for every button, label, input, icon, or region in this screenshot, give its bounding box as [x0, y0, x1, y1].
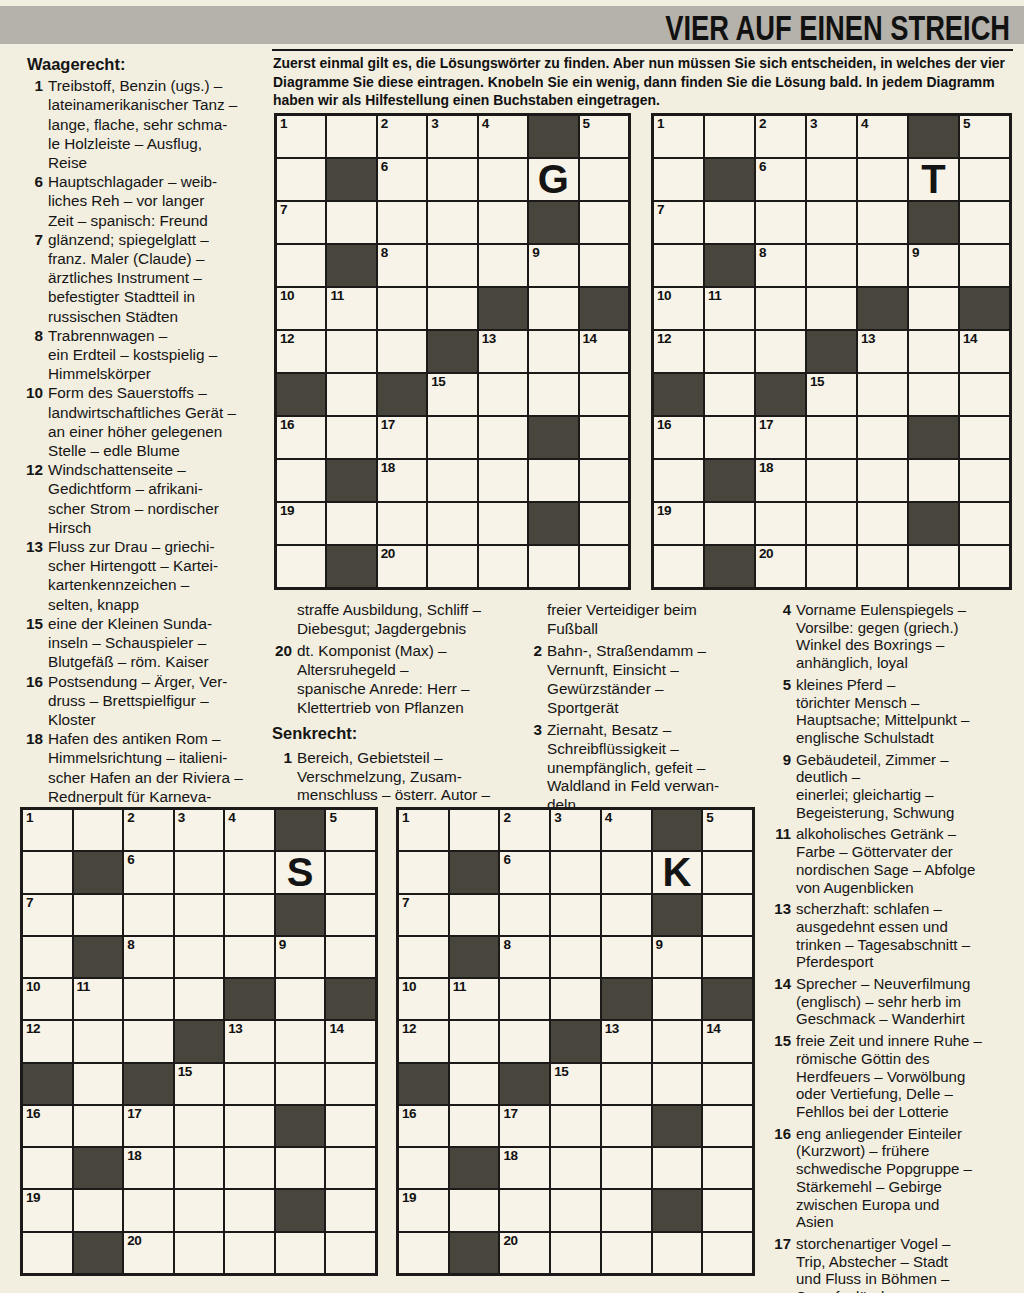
- cell-r11c4[interactable]: [551, 1233, 600, 1273]
- crossword-grid-top-left[interactable]: 123456G7891011121314151617181920: [274, 113, 631, 590]
- cell-r3c3[interactable]: [124, 895, 173, 935]
- cell-r10c4[interactable]: [428, 503, 476, 544]
- cell-r6c1[interactable]: 12: [399, 1021, 448, 1061]
- cell-r8c2[interactable]: [705, 417, 754, 458]
- cell-r9c6[interactable]: [909, 460, 958, 501]
- cell-r2c5[interactable]: [602, 852, 651, 892]
- black-cell: [450, 937, 499, 977]
- cell-r7c6[interactable]: [529, 374, 577, 415]
- black-cell: [175, 1021, 224, 1061]
- cell-r3c1[interactable]: 7: [654, 202, 703, 243]
- cell-r1c4[interactable]: 3: [807, 116, 856, 157]
- clue-number: 12: [26, 1022, 40, 1037]
- cell-r2c5[interactable]: [225, 852, 274, 892]
- cell-r11c6[interactable]: [909, 546, 958, 587]
- clue-number: 9: [656, 938, 663, 953]
- cell-r10c1[interactable]: 19: [399, 1190, 448, 1230]
- cell-r6c5[interactable]: 13: [858, 331, 907, 372]
- cell-r5c6[interactable]: [653, 979, 702, 1019]
- cell-r4c4[interactable]: [551, 937, 600, 977]
- cell-r3c5[interactable]: [602, 895, 651, 935]
- clue-number: 18: [759, 461, 773, 476]
- cell-r5c1[interactable]: 10: [23, 979, 72, 1019]
- cell-r1c7[interactable]: 5: [326, 810, 375, 850]
- cell-r7c7[interactable]: [326, 1064, 375, 1104]
- cell-r8c7[interactable]: [580, 417, 628, 458]
- cell-r3c4[interactable]: [551, 895, 600, 935]
- cell-r8c1[interactable]: 16: [654, 417, 703, 458]
- cell-r3c1[interactable]: 7: [277, 202, 325, 243]
- cell-r6c5[interactable]: 13: [602, 1021, 651, 1061]
- cell-r1c5[interactable]: 4: [602, 810, 651, 850]
- cell-r10c5[interactable]: [225, 1190, 274, 1230]
- cell-r7c4[interactable]: 15: [175, 1064, 224, 1104]
- cell-r1c2[interactable]: [450, 810, 499, 850]
- cell-r7c2[interactable]: [705, 374, 754, 415]
- cell-r1c7[interactable]: 5: [960, 116, 1009, 157]
- cell-r5c3[interactable]: [500, 979, 549, 1019]
- cell-r11c5[interactable]: [602, 1233, 651, 1273]
- cell-r7c6[interactable]: [276, 1064, 325, 1104]
- cell-r6c6[interactable]: [909, 331, 958, 372]
- cell-r3c7[interactable]: [703, 895, 752, 935]
- clue-number: 8: [503, 938, 510, 953]
- cell-r8c7[interactable]: [960, 417, 1009, 458]
- cell-r11c1[interactable]: [654, 546, 703, 587]
- cell-r6c7[interactable]: 14: [580, 331, 628, 372]
- cell-r8c5[interactable]: [225, 1106, 274, 1146]
- cell-r4c1[interactable]: [23, 937, 72, 977]
- cell-r6c7[interactable]: 14: [326, 1021, 375, 1061]
- cell-r4c7[interactable]: [960, 245, 1009, 286]
- cell-r6c6[interactable]: [276, 1021, 325, 1061]
- cell-r5c6[interactable]: [276, 979, 325, 1019]
- cell-r6c5[interactable]: 13: [225, 1021, 274, 1061]
- cell-r3c7[interactable]: [326, 895, 375, 935]
- cell-r5c1[interactable]: 10: [277, 288, 325, 329]
- cell-r4c6[interactable]: 9: [909, 245, 958, 286]
- cell-r6c1[interactable]: 12: [277, 331, 325, 372]
- cell-r4c6[interactable]: 9: [653, 937, 702, 977]
- cell-r5c4[interactable]: [175, 979, 224, 1019]
- cell-r1c4[interactable]: 3: [551, 810, 600, 850]
- cell-r1c1[interactable]: 1: [277, 116, 325, 157]
- cell-r4c5[interactable]: [602, 937, 651, 977]
- cell-r11c6[interactable]: [276, 1233, 325, 1273]
- clue-number: 15: [431, 375, 445, 390]
- cell-r2c5[interactable]: [858, 159, 907, 200]
- cell-r10c7[interactable]: [703, 1190, 752, 1230]
- clue-number: 6: [127, 853, 134, 868]
- cell-r10c7[interactable]: [580, 503, 628, 544]
- cell-r9c7[interactable]: [703, 1148, 752, 1188]
- clue-down-17: 17storchenartiger Vogel – Trip, Absteche…: [764, 1235, 1022, 1293]
- cell-r7c6[interactable]: [653, 1064, 702, 1104]
- cell-r10c3[interactable]: [756, 503, 805, 544]
- cell-r10c2[interactable]: [327, 503, 375, 544]
- cell-r4c4[interactable]: [807, 245, 856, 286]
- cell-r5c1[interactable]: 10: [399, 979, 448, 1019]
- cell-r8c1[interactable]: 16: [277, 417, 325, 458]
- clue-list-number: 10: [8, 383, 48, 460]
- cell-r7c5[interactable]: [225, 1064, 274, 1104]
- cell-r1c7[interactable]: 5: [580, 116, 628, 157]
- cell-r9c3[interactable]: 18: [500, 1148, 549, 1188]
- cell-r10c2[interactable]: [74, 1190, 123, 1230]
- cell-r7c5[interactable]: [858, 374, 907, 415]
- cell-r6c5[interactable]: 13: [479, 331, 527, 372]
- cell-r7c2[interactable]: [450, 1064, 499, 1104]
- cell-r9c5[interactable]: [479, 460, 527, 501]
- cell-r5c2[interactable]: 11: [450, 979, 499, 1019]
- clue-text: freie Zeit und innere Ruhe – römische Gö…: [796, 1032, 1022, 1121]
- clue-down-cont-cont: freier Verteidiger beim Fußball: [518, 601, 770, 638]
- cell-r6c3[interactable]: [124, 1021, 173, 1061]
- cell-r8c4[interactable]: [175, 1106, 224, 1146]
- cell-r5c4[interactable]: [428, 288, 476, 329]
- clue-number: 16: [280, 418, 294, 433]
- cell-r5c1[interactable]: 10: [654, 288, 703, 329]
- cell-r11c4[interactable]: [807, 546, 856, 587]
- cell-r2c1[interactable]: [654, 159, 703, 200]
- crossword-grid-bottom-left[interactable]: 123456S7891011121314151617181920: [20, 807, 378, 1276]
- cell-r3c4[interactable]: [807, 202, 856, 243]
- cell-r11c1[interactable]: [23, 1233, 72, 1273]
- clue-down-2: 2Bahn-, Straßendamm – Vernunft, Einsicht…: [518, 642, 770, 717]
- cell-r5c3[interactable]: [378, 288, 426, 329]
- cell-r2c7[interactable]: [703, 852, 752, 892]
- hint-letter-G: G: [529, 159, 577, 200]
- clue-list-number: 17: [764, 1235, 796, 1293]
- cell-r9c3[interactable]: 18: [378, 460, 426, 501]
- cell-r3c3[interactable]: [378, 202, 426, 243]
- cell-r6c2[interactable]: [74, 1021, 123, 1061]
- clue-list-number: 6: [8, 172, 48, 230]
- cell-r9c4[interactable]: [175, 1148, 224, 1188]
- cell-r3c1[interactable]: 7: [23, 895, 72, 935]
- cell-r2c4[interactable]: [551, 852, 600, 892]
- cell-r11c6[interactable]: [529, 546, 577, 587]
- cell-r6c3[interactable]: [500, 1021, 549, 1061]
- cell-r10c2[interactable]: [705, 503, 754, 544]
- cell-r8c4[interactable]: [807, 417, 856, 458]
- cell-r10c7[interactable]: [960, 503, 1009, 544]
- cell-r1c2[interactable]: [327, 116, 375, 157]
- cell-r5c3[interactable]: [124, 979, 173, 1019]
- cell-r3c2[interactable]: [327, 202, 375, 243]
- cell-r5c3[interactable]: [756, 288, 805, 329]
- cell-r9c5[interactable]: [602, 1148, 651, 1188]
- cell-r1c7[interactable]: 5: [703, 810, 752, 850]
- cell-r1c3[interactable]: 2: [500, 810, 549, 850]
- cell-r6c2[interactable]: [705, 331, 754, 372]
- black-cell: [705, 460, 754, 501]
- cell-r8c7[interactable]: [326, 1106, 375, 1146]
- cell-r6c2[interactable]: [450, 1021, 499, 1061]
- cell-r8c2[interactable]: [74, 1106, 123, 1146]
- cell-r6c7[interactable]: 14: [960, 331, 1009, 372]
- cell-r11c4[interactable]: [428, 546, 476, 587]
- cell-r3c3[interactable]: [500, 895, 549, 935]
- cell-r2c6[interactable]: G: [529, 159, 577, 200]
- clue-number: 20: [503, 1234, 517, 1249]
- cell-r10c4[interactable]: [175, 1190, 224, 1230]
- cell-r8c3[interactable]: 17: [500, 1106, 549, 1146]
- cell-r3c3[interactable]: [756, 202, 805, 243]
- cell-r8c2[interactable]: [327, 417, 375, 458]
- cell-r9c6[interactable]: [276, 1148, 325, 1188]
- cell-r6c7[interactable]: 14: [703, 1021, 752, 1061]
- cell-r5c2[interactable]: 11: [327, 288, 375, 329]
- cell-r4c7[interactable]: [580, 245, 628, 286]
- clue-number: 19: [657, 504, 671, 519]
- cell-r3c2[interactable]: [705, 202, 754, 243]
- clue-text: Treibstoff, Benzin (ugs.) – lateinamerik…: [48, 76, 272, 172]
- cell-r8c5[interactable]: [858, 417, 907, 458]
- cell-r10c4[interactable]: [551, 1190, 600, 1230]
- cell-r9c1[interactable]: [23, 1148, 72, 1188]
- cell-r6c1[interactable]: 12: [654, 331, 703, 372]
- clue-list-number: 12: [8, 460, 48, 537]
- cell-r10c5[interactable]: [602, 1190, 651, 1230]
- cell-r2c7[interactable]: [326, 852, 375, 892]
- cell-r11c5[interactable]: [479, 546, 527, 587]
- cell-r8c4[interactable]: [551, 1106, 600, 1146]
- cell-r1c3[interactable]: 2: [378, 116, 426, 157]
- cell-r9c6[interactable]: [653, 1148, 702, 1188]
- black-cell: [960, 288, 1009, 329]
- cell-r4c3[interactable]: 8: [124, 937, 173, 977]
- cell-r4c3[interactable]: 8: [500, 937, 549, 977]
- cell-r9c1[interactable]: [277, 460, 325, 501]
- cell-r2c3[interactable]: 6: [378, 159, 426, 200]
- clue-text: Bereich, Gebietsteil – Verschmelzung, Zu…: [297, 749, 532, 805]
- cell-r4c3[interactable]: 8: [756, 245, 805, 286]
- cell-r1c5[interactable]: 4: [225, 810, 274, 850]
- crossword-grid-bottom-right[interactable]: 123456K7891011121314151617181920: [396, 807, 755, 1276]
- cell-r11c7[interactable]: [960, 546, 1009, 587]
- cell-r11c5[interactable]: [225, 1233, 274, 1273]
- cell-r7c5[interactable]: [602, 1064, 651, 1104]
- cell-r8c3[interactable]: 17: [378, 417, 426, 458]
- cell-r7c5[interactable]: [479, 374, 527, 415]
- cell-r6c3[interactable]: [378, 331, 426, 372]
- cell-r8c3[interactable]: 17: [124, 1106, 173, 1146]
- cell-r2c4[interactable]: [807, 159, 856, 200]
- cell-r10c1[interactable]: 19: [23, 1190, 72, 1230]
- black-cell: [909, 417, 958, 458]
- cell-r11c4[interactable]: [175, 1233, 224, 1273]
- cell-r11c7[interactable]: [580, 546, 628, 587]
- cell-r8c5[interactable]: [602, 1106, 651, 1146]
- cell-r1c4[interactable]: 3: [428, 116, 476, 157]
- cell-r9c3[interactable]: 18: [756, 460, 805, 501]
- cell-r6c6[interactable]: [653, 1021, 702, 1061]
- black-cell: [703, 979, 752, 1019]
- black-cell: [225, 979, 274, 1019]
- cell-r4c3[interactable]: 8: [378, 245, 426, 286]
- cell-r10c7[interactable]: [326, 1190, 375, 1230]
- cell-r4c5[interactable]: [858, 245, 907, 286]
- cell-r3c4[interactable]: [175, 895, 224, 935]
- cell-r9c7[interactable]: [580, 460, 628, 501]
- cell-r9c6[interactable]: [529, 460, 577, 501]
- cell-r4c1[interactable]: [654, 245, 703, 286]
- cell-r4c1[interactable]: [399, 937, 448, 977]
- cell-r11c3[interactable]: 20: [124, 1233, 173, 1273]
- cell-r3c5[interactable]: [479, 202, 527, 243]
- cell-r10c3[interactable]: [124, 1190, 173, 1230]
- cell-r3c2[interactable]: [450, 895, 499, 935]
- cell-r11c1[interactable]: [277, 546, 325, 587]
- cell-r10c4[interactable]: [807, 503, 856, 544]
- cell-r9c4[interactable]: [428, 460, 476, 501]
- cell-r2c3[interactable]: 6: [756, 159, 805, 200]
- cell-r8c1[interactable]: 16: [399, 1106, 448, 1146]
- cell-r1c5[interactable]: 4: [858, 116, 907, 157]
- cell-r1c1[interactable]: 1: [399, 810, 448, 850]
- cell-r11c3[interactable]: 20: [378, 546, 426, 587]
- cell-r10c2[interactable]: [450, 1190, 499, 1230]
- cell-r9c7[interactable]: [960, 460, 1009, 501]
- cell-r11c7[interactable]: [326, 1233, 375, 1273]
- cell-r10c5[interactable]: [479, 503, 527, 544]
- cell-r7c7[interactable]: [580, 374, 628, 415]
- cell-r2c1[interactable]: [23, 852, 72, 892]
- cell-r2c1[interactable]: [399, 852, 448, 892]
- cell-r5c4[interactable]: [807, 288, 856, 329]
- cell-r1c3[interactable]: 2: [756, 116, 805, 157]
- cell-r4c1[interactable]: [277, 245, 325, 286]
- cell-r9c1[interactable]: [399, 1148, 448, 1188]
- cell-r5c4[interactable]: [551, 979, 600, 1019]
- cell-r4c7[interactable]: [703, 937, 752, 977]
- cell-r1c2[interactable]: [74, 810, 123, 850]
- cell-r6c1[interactable]: 12: [23, 1021, 72, 1061]
- cell-r1c5[interactable]: 4: [479, 116, 527, 157]
- cell-r2c3[interactable]: 6: [124, 852, 173, 892]
- cell-r8c5[interactable]: [479, 417, 527, 458]
- clue-number: 2: [127, 811, 134, 826]
- cell-r8c2[interactable]: [450, 1106, 499, 1146]
- cell-r9c7[interactable]: [326, 1148, 375, 1188]
- cell-r9c3[interactable]: 18: [124, 1148, 173, 1188]
- cell-r3c5[interactable]: [225, 895, 274, 935]
- cell-r1c3[interactable]: 2: [124, 810, 173, 850]
- cell-r3c4[interactable]: [428, 202, 476, 243]
- cell-r7c2[interactable]: [327, 374, 375, 415]
- cell-r1c2[interactable]: [705, 116, 754, 157]
- cell-r2c7[interactable]: [580, 159, 628, 200]
- cell-r5c6[interactable]: [529, 288, 577, 329]
- cell-r6c3[interactable]: [756, 331, 805, 372]
- cell-r6c6[interactable]: [529, 331, 577, 372]
- cell-r11c6[interactable]: [653, 1233, 702, 1273]
- cell-r7c6[interactable]: [909, 374, 958, 415]
- cell-r7c7[interactable]: [960, 374, 1009, 415]
- cell-r10c1[interactable]: 19: [277, 503, 325, 544]
- cell-r3c5[interactable]: [858, 202, 907, 243]
- cell-r4c5[interactable]: [479, 245, 527, 286]
- cell-r8c1[interactable]: 16: [23, 1106, 72, 1146]
- clue-number: 12: [280, 332, 294, 347]
- cell-r2c6[interactable]: T: [909, 159, 958, 200]
- cell-r4c6[interactable]: 9: [529, 245, 577, 286]
- cell-r2c5[interactable]: [479, 159, 527, 200]
- cell-r2c3[interactable]: 6: [500, 852, 549, 892]
- cell-r5c2[interactable]: 11: [74, 979, 123, 1019]
- cell-r7c4[interactable]: 15: [428, 374, 476, 415]
- cell-r7c2[interactable]: [74, 1064, 123, 1104]
- cell-r9c5[interactable]: [858, 460, 907, 501]
- clue-number: 4: [228, 811, 235, 826]
- cell-r9c1[interactable]: [654, 460, 703, 501]
- cell-r10c3[interactable]: [500, 1190, 549, 1230]
- cell-r9c5[interactable]: [225, 1148, 274, 1188]
- clue-list-number: 15: [764, 1032, 796, 1121]
- cell-r11c1[interactable]: [399, 1233, 448, 1273]
- cell-r4c4[interactable]: [175, 937, 224, 977]
- clue-text: Vorname Eulenspiegels – Vorsilbe: gegen …: [796, 601, 1022, 672]
- cell-r4c4[interactable]: [428, 245, 476, 286]
- cell-r7c7[interactable]: [703, 1064, 752, 1104]
- cell-r7c4[interactable]: 15: [551, 1064, 600, 1104]
- cell-r11c3[interactable]: 20: [756, 546, 805, 587]
- cell-r2c1[interactable]: [277, 159, 325, 200]
- cell-r1c4[interactable]: 3: [175, 810, 224, 850]
- cell-r3c2[interactable]: [74, 895, 123, 935]
- cell-r1c1[interactable]: 1: [654, 116, 703, 157]
- cell-r2c7[interactable]: [960, 159, 1009, 200]
- cell-r1c1[interactable]: 1: [23, 810, 72, 850]
- cell-r2c6[interactable]: S: [276, 852, 325, 892]
- clue-number: 19: [280, 504, 294, 519]
- cell-r8c7[interactable]: [703, 1106, 752, 1146]
- clue-across-15: 15eine der Kleinen Sunda- inseln – Schau…: [8, 614, 272, 672]
- cell-r11c5[interactable]: [858, 546, 907, 587]
- clue-number: 13: [861, 332, 875, 347]
- cell-r9c4[interactable]: [807, 460, 856, 501]
- cell-r11c3[interactable]: 20: [500, 1233, 549, 1273]
- cell-r3c1[interactable]: 7: [399, 895, 448, 935]
- cell-r10c3[interactable]: [378, 503, 426, 544]
- cell-r5c6[interactable]: [909, 288, 958, 329]
- black-cell: [378, 374, 426, 415]
- cell-r6c2[interactable]: [327, 331, 375, 372]
- cell-r5c2[interactable]: 11: [705, 288, 754, 329]
- cell-r4c6[interactable]: 9: [276, 937, 325, 977]
- cell-r10c1[interactable]: 19: [654, 503, 703, 544]
- cell-r9c4[interactable]: [551, 1148, 600, 1188]
- clue-number: 14: [583, 332, 597, 347]
- clue-down-9: 9Gebäudeteil, Zimmer – deutlich – einerl…: [764, 751, 1022, 822]
- cell-r10c5[interactable]: [858, 503, 907, 544]
- cell-r8c4[interactable]: [428, 417, 476, 458]
- cell-r4c5[interactable]: [225, 937, 274, 977]
- cell-r2c4[interactable]: [175, 852, 224, 892]
- crossword-grid-top-right[interactable]: 123456T7891011121314151617181920: [651, 113, 1012, 590]
- cell-r2c4[interactable]: [428, 159, 476, 200]
- cell-r2c6[interactable]: K: [653, 852, 702, 892]
- cell-r3c7[interactable]: [580, 202, 628, 243]
- clue-list-number: 11: [764, 825, 796, 896]
- cell-r4c7[interactable]: [326, 937, 375, 977]
- cell-r7c4[interactable]: 15: [807, 374, 856, 415]
- black-cell: [653, 810, 702, 850]
- cell-r8c3[interactable]: 17: [756, 417, 805, 458]
- cell-r11c7[interactable]: [703, 1233, 752, 1273]
- cell-r3c7[interactable]: [960, 202, 1009, 243]
